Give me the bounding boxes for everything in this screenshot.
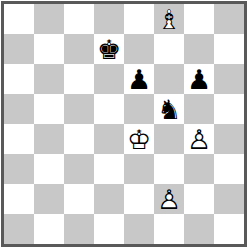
piece-white-pawn-g4[interactable]: ♙ — [184, 124, 214, 154]
square-f5[interactable]: ♞ — [154, 94, 184, 124]
square-g8[interactable] — [184, 4, 214, 34]
square-h2[interactable] — [214, 184, 244, 214]
square-d7[interactable]: ♚ — [94, 34, 124, 64]
square-c3[interactable] — [64, 154, 94, 184]
square-g1[interactable] — [184, 214, 214, 244]
piece-black-knight-f5[interactable]: ♞ — [154, 94, 184, 124]
square-b4[interactable] — [34, 124, 64, 154]
square-b2[interactable] — [34, 184, 64, 214]
square-d1[interactable] — [94, 214, 124, 244]
square-e1[interactable] — [124, 214, 154, 244]
square-h3[interactable] — [214, 154, 244, 184]
square-g5[interactable] — [184, 94, 214, 124]
square-f7[interactable] — [154, 34, 184, 64]
square-b1[interactable] — [34, 214, 64, 244]
square-h7[interactable] — [214, 34, 244, 64]
square-f8[interactable]: ♝♗ — [154, 4, 184, 34]
square-a6[interactable] — [4, 64, 34, 94]
square-a7[interactable] — [4, 34, 34, 64]
square-d4[interactable] — [94, 124, 124, 154]
square-g6[interactable]: ♟ — [184, 64, 214, 94]
square-g3[interactable] — [184, 154, 214, 184]
square-b6[interactable] — [34, 64, 64, 94]
square-h5[interactable] — [214, 94, 244, 124]
square-f3[interactable] — [154, 154, 184, 184]
square-h4[interactable] — [214, 124, 244, 154]
square-b7[interactable] — [34, 34, 64, 64]
square-h8[interactable] — [214, 4, 244, 34]
chess-board: ♝♗♚♟♟♞♚♔♟♙♟♙ — [1, 1, 247, 247]
square-e8[interactable] — [124, 4, 154, 34]
chess-diagram: ♝♗♚♟♟♞♚♔♟♙♟♙ — [0, 0, 250, 250]
square-a5[interactable] — [4, 94, 34, 124]
piece-black-pawn-e6[interactable]: ♟ — [124, 64, 154, 94]
piece-black-pawn-g6[interactable]: ♟ — [184, 64, 214, 94]
square-e3[interactable] — [124, 154, 154, 184]
square-e7[interactable] — [124, 34, 154, 64]
square-d2[interactable] — [94, 184, 124, 214]
square-b3[interactable] — [34, 154, 64, 184]
square-c6[interactable] — [64, 64, 94, 94]
square-c1[interactable] — [64, 214, 94, 244]
square-c5[interactable] — [64, 94, 94, 124]
square-e6[interactable]: ♟ — [124, 64, 154, 94]
square-f1[interactable] — [154, 214, 184, 244]
square-c7[interactable] — [64, 34, 94, 64]
square-c8[interactable] — [64, 4, 94, 34]
square-f2[interactable]: ♟♙ — [154, 184, 184, 214]
square-d8[interactable] — [94, 4, 124, 34]
square-a1[interactable] — [4, 214, 34, 244]
square-e4[interactable]: ♚♔ — [124, 124, 154, 154]
square-h1[interactable] — [214, 214, 244, 244]
square-b5[interactable] — [34, 94, 64, 124]
square-c4[interactable] — [64, 124, 94, 154]
square-d6[interactable] — [94, 64, 124, 94]
square-d3[interactable] — [94, 154, 124, 184]
square-e2[interactable] — [124, 184, 154, 214]
square-g2[interactable] — [184, 184, 214, 214]
square-c2[interactable] — [64, 184, 94, 214]
square-a4[interactable] — [4, 124, 34, 154]
square-a8[interactable] — [4, 4, 34, 34]
piece-black-king-d7[interactable]: ♚ — [94, 34, 124, 64]
square-a3[interactable] — [4, 154, 34, 184]
square-b8[interactable] — [34, 4, 64, 34]
square-f6[interactable] — [154, 64, 184, 94]
square-g4[interactable]: ♟♙ — [184, 124, 214, 154]
square-h6[interactable] — [214, 64, 244, 94]
piece-white-bishop-f8[interactable]: ♗ — [154, 4, 184, 34]
piece-white-king-e4[interactable]: ♔ — [124, 124, 154, 154]
square-g7[interactable] — [184, 34, 214, 64]
square-a2[interactable] — [4, 184, 34, 214]
square-d5[interactable] — [94, 94, 124, 124]
square-f4[interactable] — [154, 124, 184, 154]
piece-white-pawn-f2[interactable]: ♙ — [154, 184, 184, 214]
square-e5[interactable] — [124, 94, 154, 124]
